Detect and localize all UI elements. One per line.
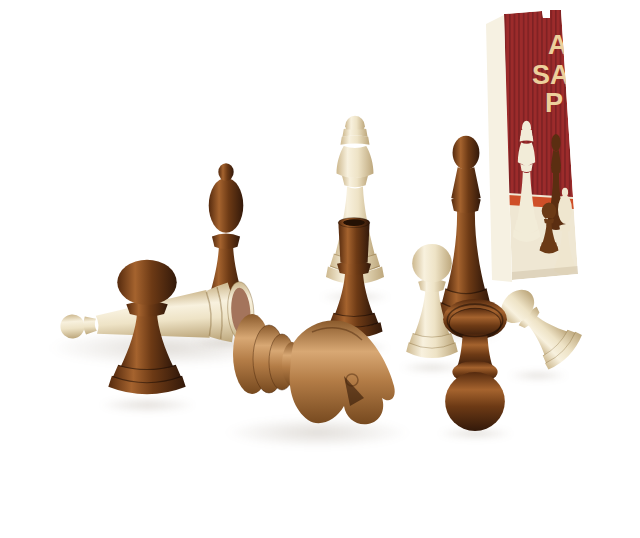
dark-rook-piece (320, 212, 388, 348)
dark-knight-fallen-piece (232, 302, 402, 434)
dark-bishop-piece (194, 158, 258, 343)
dark-rook-svg (320, 212, 388, 348)
white-pawn-fallen-shadow (507, 370, 569, 380)
white-king-shadow (319, 291, 392, 303)
product-box-graphic: A SA P (486, 8, 580, 286)
box-title-line-3: P (545, 88, 563, 118)
dark-knight-fallen-shadow (224, 417, 411, 448)
white-pawn-standing-piece (402, 234, 462, 368)
dark-pawn-fallen-shadow (437, 427, 514, 440)
box-title-line-1: A (548, 30, 568, 60)
white-pawn-standing-shadow (399, 362, 465, 373)
box-title-line-2: SA (532, 60, 570, 90)
white-pawn-fallen-svg (483, 271, 594, 381)
dark-pawn-standing-shadow (98, 397, 197, 413)
dark-bishop-svg (194, 158, 258, 343)
white-king-svg (322, 108, 388, 298)
dark-pawn-standing-svg (102, 248, 192, 406)
box-front-face: A SA P (504, 10, 578, 280)
product-photo: A SA P (0, 0, 640, 538)
white-pawn-standing-svg (402, 234, 462, 368)
white-pawn-fallen-piece (483, 271, 594, 381)
white-queen-fallen-shadow (47, 329, 280, 367)
dark-knight-fallen-svg (232, 302, 402, 434)
dark-rook-shadow (317, 341, 392, 353)
white-king-piece (322, 108, 388, 298)
product-box: A SA P (486, 8, 580, 286)
dark-pawn-standing-piece (102, 248, 192, 406)
dark-queen-shadow (431, 330, 501, 342)
